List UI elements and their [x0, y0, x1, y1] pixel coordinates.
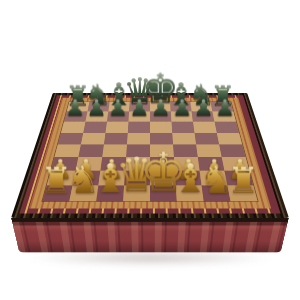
square-c5: [104, 133, 128, 145]
square-h7: ♟: [212, 111, 236, 121]
square-a5: [58, 133, 83, 145]
black-pawn: ♟: [197, 97, 252, 120]
chess-case-front: [11, 218, 289, 253]
square-h6: [215, 122, 239, 133]
square-b6: [83, 122, 107, 133]
board: ♜♞♝♛♚♝♞♜♟♟♟♟♟♟♟♟♟♟♟♟♟♟♟♟♜♞♝♛♚♝♞♜: [42, 102, 257, 202]
square-f6: [172, 122, 195, 133]
chess-set-photo: ♜♞♝♛♚♝♞♜♟♟♟♟♟♟♟♟♟♟♟♟♟♟♟♟♜♞♝♛♚♝♞♜: [0, 0, 300, 300]
square-g5: [194, 133, 219, 145]
square-c6: [106, 122, 129, 133]
gold-ornament-band: ♜♞♝♛♚♝♞♜♟♟♟♟♟♟♟♟♟♟♟♟♟♟♟♟♜♞♝♛♚♝♞♜: [29, 98, 271, 209]
square-h5: [217, 133, 242, 145]
square-g6: [193, 122, 217, 133]
square-d6: [128, 122, 150, 133]
square-b5: [81, 133, 106, 145]
maroon-ornament-band: ♜♞♝♛♚♝♞♜♟♟♟♟♟♟♟♟♟♟♟♟♟♟♟♟♜♞♝♛♚♝♞♜: [19, 95, 280, 213]
white-rook: ♜: [209, 163, 278, 199]
chess-case-top: ♜♞♝♛♚♝♞♜♟♟♟♟♟♟♟♟♟♟♟♟♟♟♟♟♜♞♝♛♚♝♞♜: [11, 93, 289, 218]
square-h1: ♜: [227, 185, 257, 201]
square-a6: [61, 122, 85, 133]
square-e6: [150, 122, 172, 133]
